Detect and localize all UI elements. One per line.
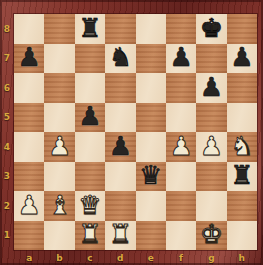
square-c4[interactable]	[75, 132, 105, 162]
piece-black-king-g8[interactable]: ♚	[200, 15, 223, 41]
piece-white-king-g1[interactable]: ♚	[200, 221, 223, 247]
piece-white-bishop-b2[interactable]: ♝	[48, 192, 71, 218]
file-label-e: e	[136, 250, 166, 265]
square-g4[interactable]: ♟	[196, 132, 226, 162]
file-label-b: b	[44, 250, 74, 265]
square-d6[interactable]	[105, 73, 135, 103]
square-c6[interactable]	[75, 73, 105, 103]
square-b3[interactable]	[44, 162, 74, 192]
piece-black-pawn-a7[interactable]: ♟	[18, 44, 41, 70]
square-f8[interactable]	[166, 14, 196, 44]
rank-label-8: 8	[0, 14, 14, 44]
square-g8[interactable]: ♚	[196, 14, 226, 44]
board-grid: ♜♚♟♞♟♟♟♟♟♟♟♟♞♛♜♟♝♛♜♜♚	[14, 14, 257, 250]
square-f3[interactable]	[166, 162, 196, 192]
square-c3[interactable]	[75, 162, 105, 192]
square-e1[interactable]	[136, 221, 166, 251]
square-g3[interactable]	[196, 162, 226, 192]
piece-black-pawn-c5[interactable]: ♟	[78, 103, 101, 129]
piece-white-rook-c1[interactable]: ♜	[78, 221, 101, 247]
file-labels: abcdefgh	[14, 250, 257, 265]
square-a7[interactable]: ♟	[14, 44, 44, 74]
square-b1[interactable]	[44, 221, 74, 251]
square-b4[interactable]: ♟	[44, 132, 74, 162]
rank-labels: 87654321	[0, 14, 14, 250]
file-label-g: g	[196, 250, 226, 265]
file-label-c: c	[75, 250, 105, 265]
square-g2[interactable]	[196, 191, 226, 221]
file-label-d: d	[105, 250, 135, 265]
square-c1[interactable]: ♜	[75, 221, 105, 251]
file-label-a: a	[14, 250, 44, 265]
square-e4[interactable]	[136, 132, 166, 162]
square-f4[interactable]: ♟	[166, 132, 196, 162]
square-c5[interactable]: ♟	[75, 103, 105, 133]
square-f5[interactable]	[166, 103, 196, 133]
square-a2[interactable]: ♟	[14, 191, 44, 221]
rank-label-4: 4	[0, 132, 14, 162]
square-d8[interactable]	[105, 14, 135, 44]
square-c2[interactable]: ♛	[75, 191, 105, 221]
square-e5[interactable]	[136, 103, 166, 133]
piece-black-pawn-h7[interactable]: ♟	[230, 44, 253, 70]
file-label-f: f	[166, 250, 196, 265]
square-e2[interactable]	[136, 191, 166, 221]
square-e3[interactable]: ♛	[136, 162, 166, 192]
square-d2[interactable]	[105, 191, 135, 221]
square-a5[interactable]	[14, 103, 44, 133]
rank-label-5: 5	[0, 103, 14, 133]
square-b5[interactable]	[44, 103, 74, 133]
rank-label-2: 2	[0, 191, 14, 221]
piece-white-pawn-a2[interactable]: ♟	[18, 192, 41, 218]
square-h1[interactable]	[227, 221, 257, 251]
square-e6[interactable]	[136, 73, 166, 103]
rank-label-6: 6	[0, 73, 14, 103]
square-a1[interactable]	[14, 221, 44, 251]
square-d3[interactable]	[105, 162, 135, 192]
rank-label-7: 7	[0, 44, 14, 74]
piece-white-rook-d1[interactable]: ♜	[109, 221, 132, 247]
square-g1[interactable]: ♚	[196, 221, 226, 251]
piece-white-pawn-f4[interactable]: ♟	[169, 133, 192, 159]
square-g6[interactable]: ♟	[196, 73, 226, 103]
square-f1[interactable]	[166, 221, 196, 251]
piece-black-pawn-d4[interactable]: ♟	[109, 133, 132, 159]
square-h2[interactable]	[227, 191, 257, 221]
piece-black-rook-c8[interactable]: ♜	[78, 15, 101, 41]
square-h8[interactable]	[227, 14, 257, 44]
piece-black-rook-h3[interactable]: ♜	[230, 162, 253, 188]
square-f7[interactable]: ♟	[166, 44, 196, 74]
piece-white-queen-c2[interactable]: ♛	[78, 192, 101, 218]
square-f2[interactable]	[166, 191, 196, 221]
piece-black-pawn-g6[interactable]: ♟	[200, 74, 223, 100]
square-a4[interactable]	[14, 132, 44, 162]
square-b8[interactable]	[44, 14, 74, 44]
square-a8[interactable]	[14, 14, 44, 44]
piece-black-pawn-f7[interactable]: ♟	[169, 44, 192, 70]
square-h3[interactable]: ♜	[227, 162, 257, 192]
piece-white-knight-h4[interactable]: ♞	[230, 133, 253, 159]
rank-label-1: 1	[0, 221, 14, 251]
square-f6[interactable]	[166, 73, 196, 103]
square-e7[interactable]	[136, 44, 166, 74]
piece-black-knight-d7[interactable]: ♞	[109, 44, 132, 70]
chessboard: ♜♚♟♞♟♟♟♟♟♟♟♟♞♛♜♟♝♛♜♜♚ 87654321 abcdefgh	[0, 0, 263, 265]
square-c8[interactable]: ♜	[75, 14, 105, 44]
square-b7[interactable]	[44, 44, 74, 74]
square-g7[interactable]	[196, 44, 226, 74]
square-d1[interactable]: ♜	[105, 221, 135, 251]
square-d7[interactable]: ♞	[105, 44, 135, 74]
square-a3[interactable]	[14, 162, 44, 192]
square-a6[interactable]	[14, 73, 44, 103]
square-b6[interactable]	[44, 73, 74, 103]
piece-white-pawn-b4[interactable]: ♟	[48, 133, 71, 159]
piece-white-pawn-g4[interactable]: ♟	[200, 133, 223, 159]
square-d4[interactable]: ♟	[105, 132, 135, 162]
square-h7[interactable]: ♟	[227, 44, 257, 74]
square-b2[interactable]: ♝	[44, 191, 74, 221]
piece-black-queen-e3[interactable]: ♛	[139, 162, 162, 188]
square-d5[interactable]	[105, 103, 135, 133]
square-g5[interactable]	[196, 103, 226, 133]
square-h6[interactable]	[227, 73, 257, 103]
square-h4[interactable]: ♞	[227, 132, 257, 162]
file-label-h: h	[227, 250, 257, 265]
square-e8[interactable]	[136, 14, 166, 44]
rank-label-3: 3	[0, 162, 14, 192]
square-c7[interactable]	[75, 44, 105, 74]
square-h5[interactable]	[227, 103, 257, 133]
